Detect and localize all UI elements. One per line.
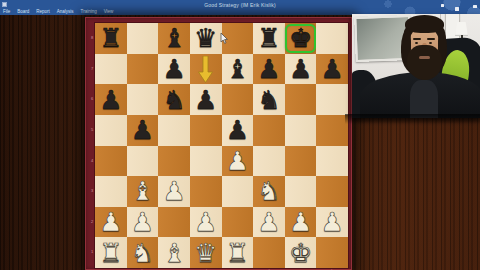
square-f1[interactable]: [253, 237, 285, 268]
square-h3[interactable]: [316, 176, 348, 207]
square-g5[interactable]: [285, 115, 317, 146]
square-h5[interactable]: [316, 115, 348, 146]
black-piece-c6: ♞: [158, 84, 190, 115]
rank-label-6: 6: [89, 97, 95, 101]
minimize-button[interactable]: [455, 7, 459, 11]
rank-label-5: 5: [89, 128, 95, 132]
square-g3[interactable]: [285, 176, 317, 207]
black-piece-c8: ♝: [158, 23, 190, 54]
square-b3[interactable]: ♝: [127, 176, 159, 207]
square-f5[interactable]: [253, 115, 285, 146]
white-piece-c1: ♝: [158, 237, 190, 268]
square-c4[interactable]: [158, 146, 190, 177]
black-piece-e7: ♝: [222, 54, 254, 85]
square-h4[interactable]: [316, 146, 348, 177]
square-d8[interactable]: ♛: [190, 23, 222, 54]
presenter-beard: [407, 45, 442, 80]
square-a5[interactable]: [95, 115, 127, 146]
square-d7[interactable]: [190, 54, 222, 85]
square-e1[interactable]: ♜: [222, 237, 254, 268]
white-piece-b2: ♟: [127, 207, 159, 238]
square-h1[interactable]: [316, 237, 348, 268]
square-c3[interactable]: ♟: [158, 176, 190, 207]
square-h8[interactable]: [316, 23, 348, 54]
menu-item-view[interactable]: View: [104, 9, 114, 15]
presenter-tshirt: [410, 80, 438, 118]
square-a1[interactable]: ♜: [95, 237, 127, 268]
help-button[interactable]: [441, 4, 444, 7]
black-piece-e5: ♟: [222, 115, 254, 146]
black-piece-f6: ♞: [253, 84, 285, 115]
black-piece-d8: ♛: [190, 23, 222, 54]
square-f2[interactable]: ♟: [253, 207, 285, 238]
square-a8[interactable]: ♜: [95, 23, 127, 54]
square-a7[interactable]: [95, 54, 127, 85]
square-c2[interactable]: [158, 207, 190, 238]
last-move-highlight: [285, 24, 316, 54]
white-piece-b3: ♝: [127, 176, 159, 207]
white-piece-g1: ♚: [285, 237, 317, 268]
menu-item-report[interactable]: Report: [36, 9, 50, 15]
white-piece-c3: ♟: [158, 176, 190, 207]
square-d5[interactable]: [190, 115, 222, 146]
white-piece-h2: ♟: [316, 207, 348, 238]
square-e2[interactable]: [222, 207, 254, 238]
title-bar: Good Strategy (IM Erik Kislik) FileBoard…: [0, 0, 480, 15]
chess-board[interactable]: ♜♝♛♜♚♟♝♟♟♟♟♞♟♞♟♟♟♝♟♞♟♟♟♟♟♟♜♞♝♛♜♚: [95, 23, 348, 268]
chess-board-frame: ♜♝♛♜♚♟♝♟♟♟♟♞♟♞♟♟♟♝♟♞♟♟♟♟♟♟♜♞♝♛♜♚ 8765432…: [85, 17, 352, 270]
square-g2[interactable]: ♟: [285, 207, 317, 238]
maximize-button[interactable]: [473, 5, 477, 8]
square-b4[interactable]: [127, 146, 159, 177]
black-piece-a6: ♟: [95, 84, 127, 115]
black-piece-d6: ♟: [190, 84, 222, 115]
black-piece-f8: ♜: [253, 23, 285, 54]
webcam-feed: [352, 14, 480, 118]
rank-label-3: 3: [89, 189, 95, 193]
square-c8[interactable]: ♝: [158, 23, 190, 54]
square-f8[interactable]: ♜: [253, 23, 285, 54]
square-c7[interactable]: ♟: [158, 54, 190, 85]
menu-item-board[interactable]: Board: [17, 9, 29, 15]
black-piece-b5: ♟: [127, 115, 159, 146]
square-e7[interactable]: ♝: [222, 54, 254, 85]
menu-item-file[interactable]: File: [3, 9, 10, 15]
presenter-eye-right: [429, 42, 432, 44]
square-b8[interactable]: [127, 23, 159, 54]
square-f6[interactable]: ♞: [253, 84, 285, 115]
white-piece-d1: ♛: [190, 237, 222, 268]
white-piece-a1: ♜: [95, 237, 127, 268]
square-e5[interactable]: ♟: [222, 115, 254, 146]
white-piece-b1: ♞: [127, 237, 159, 268]
square-d1[interactable]: ♛: [190, 237, 222, 268]
rank-label-4: 4: [89, 159, 95, 163]
white-piece-d2: ♟: [190, 207, 222, 238]
screen: Good Strategy (IM Erik Kislik) FileBoard…: [0, 0, 480, 270]
white-piece-f2: ♟: [253, 207, 285, 238]
white-piece-e4: ♟: [222, 146, 254, 177]
square-b6[interactable]: [127, 84, 159, 115]
window-title: Good Strategy (IM Erik Kislik): [204, 2, 276, 8]
white-piece-g2: ♟: [285, 207, 317, 238]
square-a4[interactable]: [95, 146, 127, 177]
app-icon: [2, 2, 7, 7]
square-d6[interactable]: ♟: [190, 84, 222, 115]
square-c6[interactable]: ♞: [158, 84, 190, 115]
black-piece-g7: ♟: [285, 54, 317, 85]
title-bar-row: Good Strategy (IM Erik Kislik): [0, 0, 480, 9]
menu-item-training[interactable]: Training: [81, 9, 97, 15]
black-piece-f7: ♟: [253, 54, 285, 85]
square-c5[interactable]: [158, 115, 190, 146]
presenter-eyebrow-left: [413, 38, 421, 40]
square-a6[interactable]: ♟: [95, 84, 127, 115]
square-g7[interactable]: ♟: [285, 54, 317, 85]
square-b1[interactable]: ♞: [127, 237, 159, 268]
square-g4[interactable]: [285, 146, 317, 177]
black-piece-a8: ♜: [95, 23, 127, 54]
menu-item-analysis[interactable]: Analysis: [57, 9, 74, 15]
white-piece-f3: ♞: [253, 176, 285, 207]
square-h6[interactable]: [316, 84, 348, 115]
square-h7[interactable]: ♟: [316, 54, 348, 85]
webcam-shadow: [345, 114, 480, 124]
square-f4[interactable]: [253, 146, 285, 177]
white-piece-e1: ♜: [222, 237, 254, 268]
square-g1[interactable]: ♚: [285, 237, 317, 268]
square-e6[interactable]: [222, 84, 254, 115]
square-d2[interactable]: ♟: [190, 207, 222, 238]
square-e3[interactable]: [222, 176, 254, 207]
square-e4[interactable]: ♟: [222, 146, 254, 177]
rank-label-7: 7: [89, 67, 95, 71]
black-piece-c7: ♟: [158, 54, 190, 85]
square-b5[interactable]: ♟: [127, 115, 159, 146]
presenter-mouth: [419, 56, 430, 59]
square-g6[interactable]: [285, 84, 317, 115]
rank-label-2: 2: [89, 220, 95, 224]
black-piece-h7: ♟: [316, 54, 348, 85]
square-b7[interactable]: [127, 54, 159, 85]
square-d3[interactable]: [190, 176, 222, 207]
presenter-eyebrow-right: [427, 38, 435, 40]
square-f7[interactable]: ♟: [253, 54, 285, 85]
mouse-cursor: [220, 33, 228, 44]
square-f3[interactable]: ♞: [253, 176, 285, 207]
rank-label-8: 8: [89, 36, 95, 40]
white-piece-a2: ♟: [95, 207, 127, 238]
square-h2[interactable]: ♟: [316, 207, 348, 238]
square-g8[interactable]: ♚: [285, 23, 317, 54]
square-c1[interactable]: ♝: [158, 237, 190, 268]
square-a2[interactable]: ♟: [95, 207, 127, 238]
square-b2[interactable]: ♟: [127, 207, 159, 238]
presenter-eye-left: [415, 42, 418, 44]
ribbon-menu: FileBoardReportAnalysisTrainingView: [0, 9, 355, 15]
square-a3[interactable]: [95, 176, 127, 207]
rank-label-1: 1: [89, 250, 95, 254]
square-d4[interactable]: [190, 146, 222, 177]
